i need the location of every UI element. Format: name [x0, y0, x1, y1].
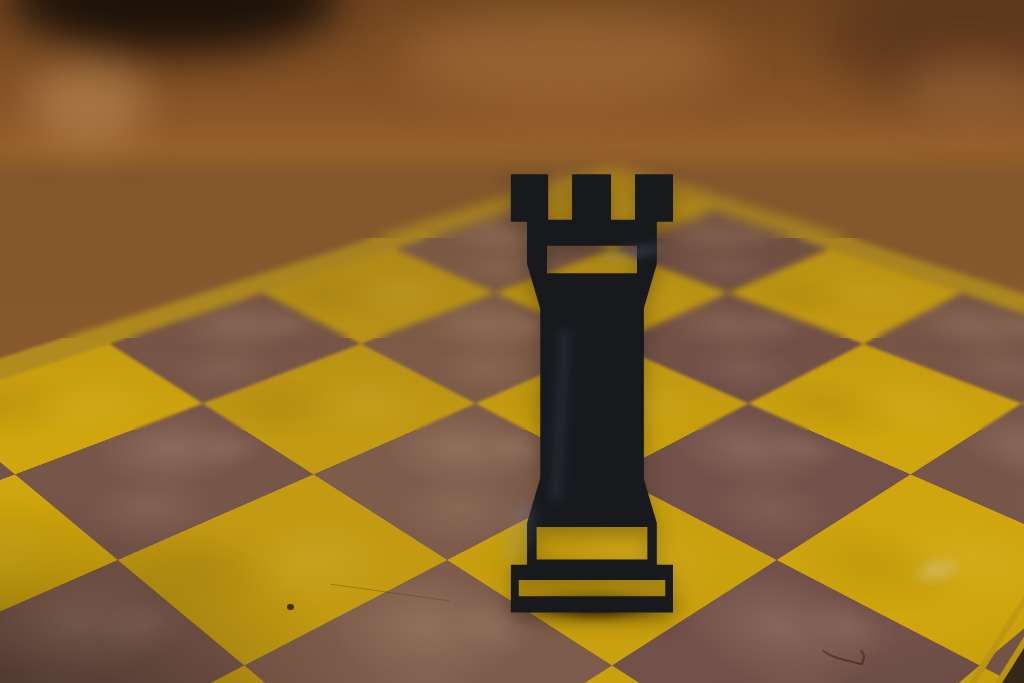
photo-canvas: ♜ [0, 0, 1024, 683]
chessboard [0, 161, 1024, 683]
blurred-object [10, 0, 340, 54]
chessboard-grid [0, 177, 1024, 683]
floor-light-streak [28, 62, 148, 144]
floor-light-patch-right [905, 55, 1024, 125]
floor-light-patch [400, 8, 730, 103]
background-floor [0, 0, 1024, 178]
floor-dark-patch [820, 0, 1024, 100]
